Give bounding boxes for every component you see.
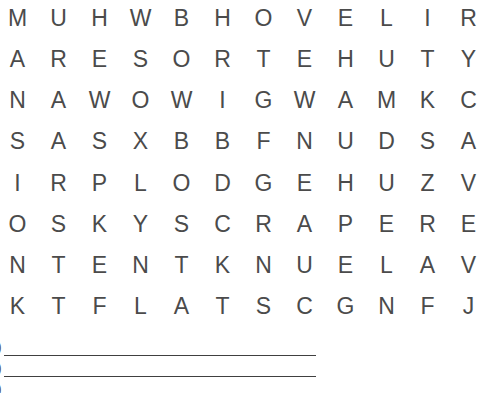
grid-cell-r7c6[interactable]: K: [202, 245, 243, 286]
grid-cell-r6c6[interactable]: C: [202, 204, 243, 245]
grid-cell-r7c7[interactable]: N: [243, 245, 284, 286]
grid-cell-r1c1[interactable]: M: [0, 0, 38, 39]
grid-cell-r6c8[interactable]: A: [284, 204, 325, 245]
grid-cell-r3c7[interactable]: G: [243, 80, 284, 121]
grid-cell-r4c1[interactable]: S: [0, 121, 38, 162]
grid-cell-r6c3[interactable]: K: [79, 204, 120, 245]
grid-cell-r3c6[interactable]: I: [202, 80, 243, 121]
grid-cell-r8c10[interactable]: N: [366, 286, 407, 327]
grid-cell-r6c9[interactable]: P: [325, 204, 366, 245]
grid-cell-r2c3[interactable]: E: [79, 39, 120, 80]
grid-cell-r8c5[interactable]: A: [161, 286, 202, 327]
grid-cell-r8c3[interactable]: F: [79, 286, 120, 327]
grid-cell-r3c10[interactable]: M: [366, 80, 407, 121]
grid-cell-r6c1[interactable]: O: [0, 204, 38, 245]
grid-cell-r5c12[interactable]: V: [448, 163, 489, 204]
grid-cell-r1c8[interactable]: V: [284, 0, 325, 39]
grid-cell-r7c4[interactable]: N: [120, 245, 161, 286]
grid-cell-r1c10[interactable]: L: [366, 0, 407, 39]
grid-cell-r4c10[interactable]: D: [366, 121, 407, 162]
grid-cell-r3c8[interactable]: W: [284, 80, 325, 121]
grid-cell-r8c1[interactable]: K: [0, 286, 38, 327]
grid-cell-r6c5[interactable]: S: [161, 204, 202, 245]
grid-cell-r8c7[interactable]: S: [243, 286, 284, 327]
answer-blank-1: ): [0, 338, 316, 356]
grid-cell-r5c8[interactable]: E: [284, 163, 325, 204]
grid-cell-r2c7[interactable]: T: [243, 39, 284, 80]
grid-cell-r7c11[interactable]: A: [407, 245, 448, 286]
grid-cell-r1c6[interactable]: H: [202, 0, 243, 39]
grid-cell-r6c11[interactable]: R: [407, 204, 448, 245]
grid-cell-r2c12[interactable]: Y: [448, 39, 489, 80]
grid-cell-r4c12[interactable]: A: [448, 121, 489, 162]
grid-cell-r8c12[interactable]: J: [448, 286, 489, 327]
grid-cell-r3c3[interactable]: W: [79, 80, 120, 121]
grid-cell-r6c7[interactable]: R: [243, 204, 284, 245]
grid-cell-r2c2[interactable]: R: [38, 39, 79, 80]
grid-cell-r2c9[interactable]: H: [325, 39, 366, 80]
grid-cell-r2c6[interactable]: R: [202, 39, 243, 80]
grid-cell-r2c10[interactable]: U: [366, 39, 407, 80]
grid-cell-r8c11[interactable]: F: [407, 286, 448, 327]
grid-cell-r5c1[interactable]: I: [0, 163, 38, 204]
grid-cell-r8c9[interactable]: G: [325, 286, 366, 327]
grid-cell-r8c8[interactable]: C: [284, 286, 325, 327]
grid-cell-r6c10[interactable]: E: [366, 204, 407, 245]
grid-cell-r7c3[interactable]: E: [79, 245, 120, 286]
grid-cell-r7c1[interactable]: N: [0, 245, 38, 286]
answer-number-paren-3: ): [0, 380, 2, 393]
grid-cell-r2c4[interactable]: S: [120, 39, 161, 80]
grid-cell-r7c10[interactable]: L: [366, 245, 407, 286]
grid-cell-r5c10[interactable]: U: [366, 163, 407, 204]
grid-cell-r7c5[interactable]: T: [161, 245, 202, 286]
grid-cell-r4c11[interactable]: S: [407, 121, 448, 162]
grid-cell-r1c7[interactable]: O: [243, 0, 284, 39]
grid-cell-r4c7[interactable]: F: [243, 121, 284, 162]
grid-cell-r1c11[interactable]: I: [407, 0, 448, 39]
grid-cell-r2c5[interactable]: O: [161, 39, 202, 80]
grid-cell-r4c6[interactable]: B: [202, 121, 243, 162]
grid-cell-r5c9[interactable]: H: [325, 163, 366, 204]
answer-blank-3: ): [0, 380, 316, 393]
grid-cell-r8c4[interactable]: L: [120, 286, 161, 327]
grid-cell-r3c1[interactable]: N: [0, 80, 38, 121]
answer-line-2: [4, 359, 316, 377]
grid-cell-r2c8[interactable]: E: [284, 39, 325, 80]
grid-cell-r3c5[interactable]: W: [161, 80, 202, 121]
grid-cell-r3c2[interactable]: A: [38, 80, 79, 121]
grid-cell-r2c1[interactable]: A: [0, 39, 38, 80]
grid-cell-r7c2[interactable]: T: [38, 245, 79, 286]
grid-cell-r5c4[interactable]: L: [120, 163, 161, 204]
grid-cell-r1c12[interactable]: R: [448, 0, 489, 39]
grid-cell-r1c3[interactable]: H: [79, 0, 120, 39]
grid-cell-r4c3[interactable]: S: [79, 121, 120, 162]
grid-cell-r6c12[interactable]: E: [448, 204, 489, 245]
word-search-grid: MUHWBHOVELIRARESORTEHUTYNAWOWIGWAMKCSASX…: [0, 0, 489, 327]
grid-cell-r6c2[interactable]: S: [38, 204, 79, 245]
grid-cell-r4c5[interactable]: B: [161, 121, 202, 162]
grid-cell-r1c9[interactable]: E: [325, 0, 366, 39]
grid-cell-r4c4[interactable]: X: [120, 121, 161, 162]
grid-cell-r3c11[interactable]: K: [407, 80, 448, 121]
grid-cell-r5c5[interactable]: O: [161, 163, 202, 204]
answer-number-paren-2: ): [0, 359, 2, 377]
grid-cell-r7c8[interactable]: U: [284, 245, 325, 286]
grid-cell-r4c8[interactable]: N: [284, 121, 325, 162]
grid-cell-r6c4[interactable]: Y: [120, 204, 161, 245]
grid-cell-r3c9[interactable]: A: [325, 80, 366, 121]
answer-line-1: [4, 338, 316, 356]
grid-cell-r4c2[interactable]: A: [38, 121, 79, 162]
grid-cell-r7c9[interactable]: E: [325, 245, 366, 286]
grid-cell-r5c2[interactable]: R: [38, 163, 79, 204]
answer-number-paren-1: ): [0, 338, 2, 356]
grid-cell-r1c5[interactable]: B: [161, 0, 202, 39]
grid-cell-r3c12[interactable]: C: [448, 80, 489, 121]
grid-cell-r2c11[interactable]: T: [407, 39, 448, 80]
grid-cell-r8c6[interactable]: T: [202, 286, 243, 327]
word-search-worksheet: MUHWBHOVELIRARESORTEHUTYNAWOWIGWAMKCSASX…: [0, 0, 500, 393]
answer-blank-2: ): [0, 359, 316, 377]
grid-cell-r5c11[interactable]: Z: [407, 163, 448, 204]
grid-cell-r1c4[interactable]: W: [120, 0, 161, 39]
grid-cell-r7c12[interactable]: V: [448, 245, 489, 286]
grid-cell-r5c6[interactable]: D: [202, 163, 243, 204]
grid-cell-r4c9[interactable]: U: [325, 121, 366, 162]
answer-line-3: [4, 380, 316, 393]
grid-cell-r5c3[interactable]: P: [79, 163, 120, 204]
grid-cell-r1c2[interactable]: U: [38, 0, 79, 39]
grid-cell-r5c7[interactable]: G: [243, 163, 284, 204]
grid-cell-r8c2[interactable]: T: [38, 286, 79, 327]
grid-cell-r3c4[interactable]: O: [120, 80, 161, 121]
